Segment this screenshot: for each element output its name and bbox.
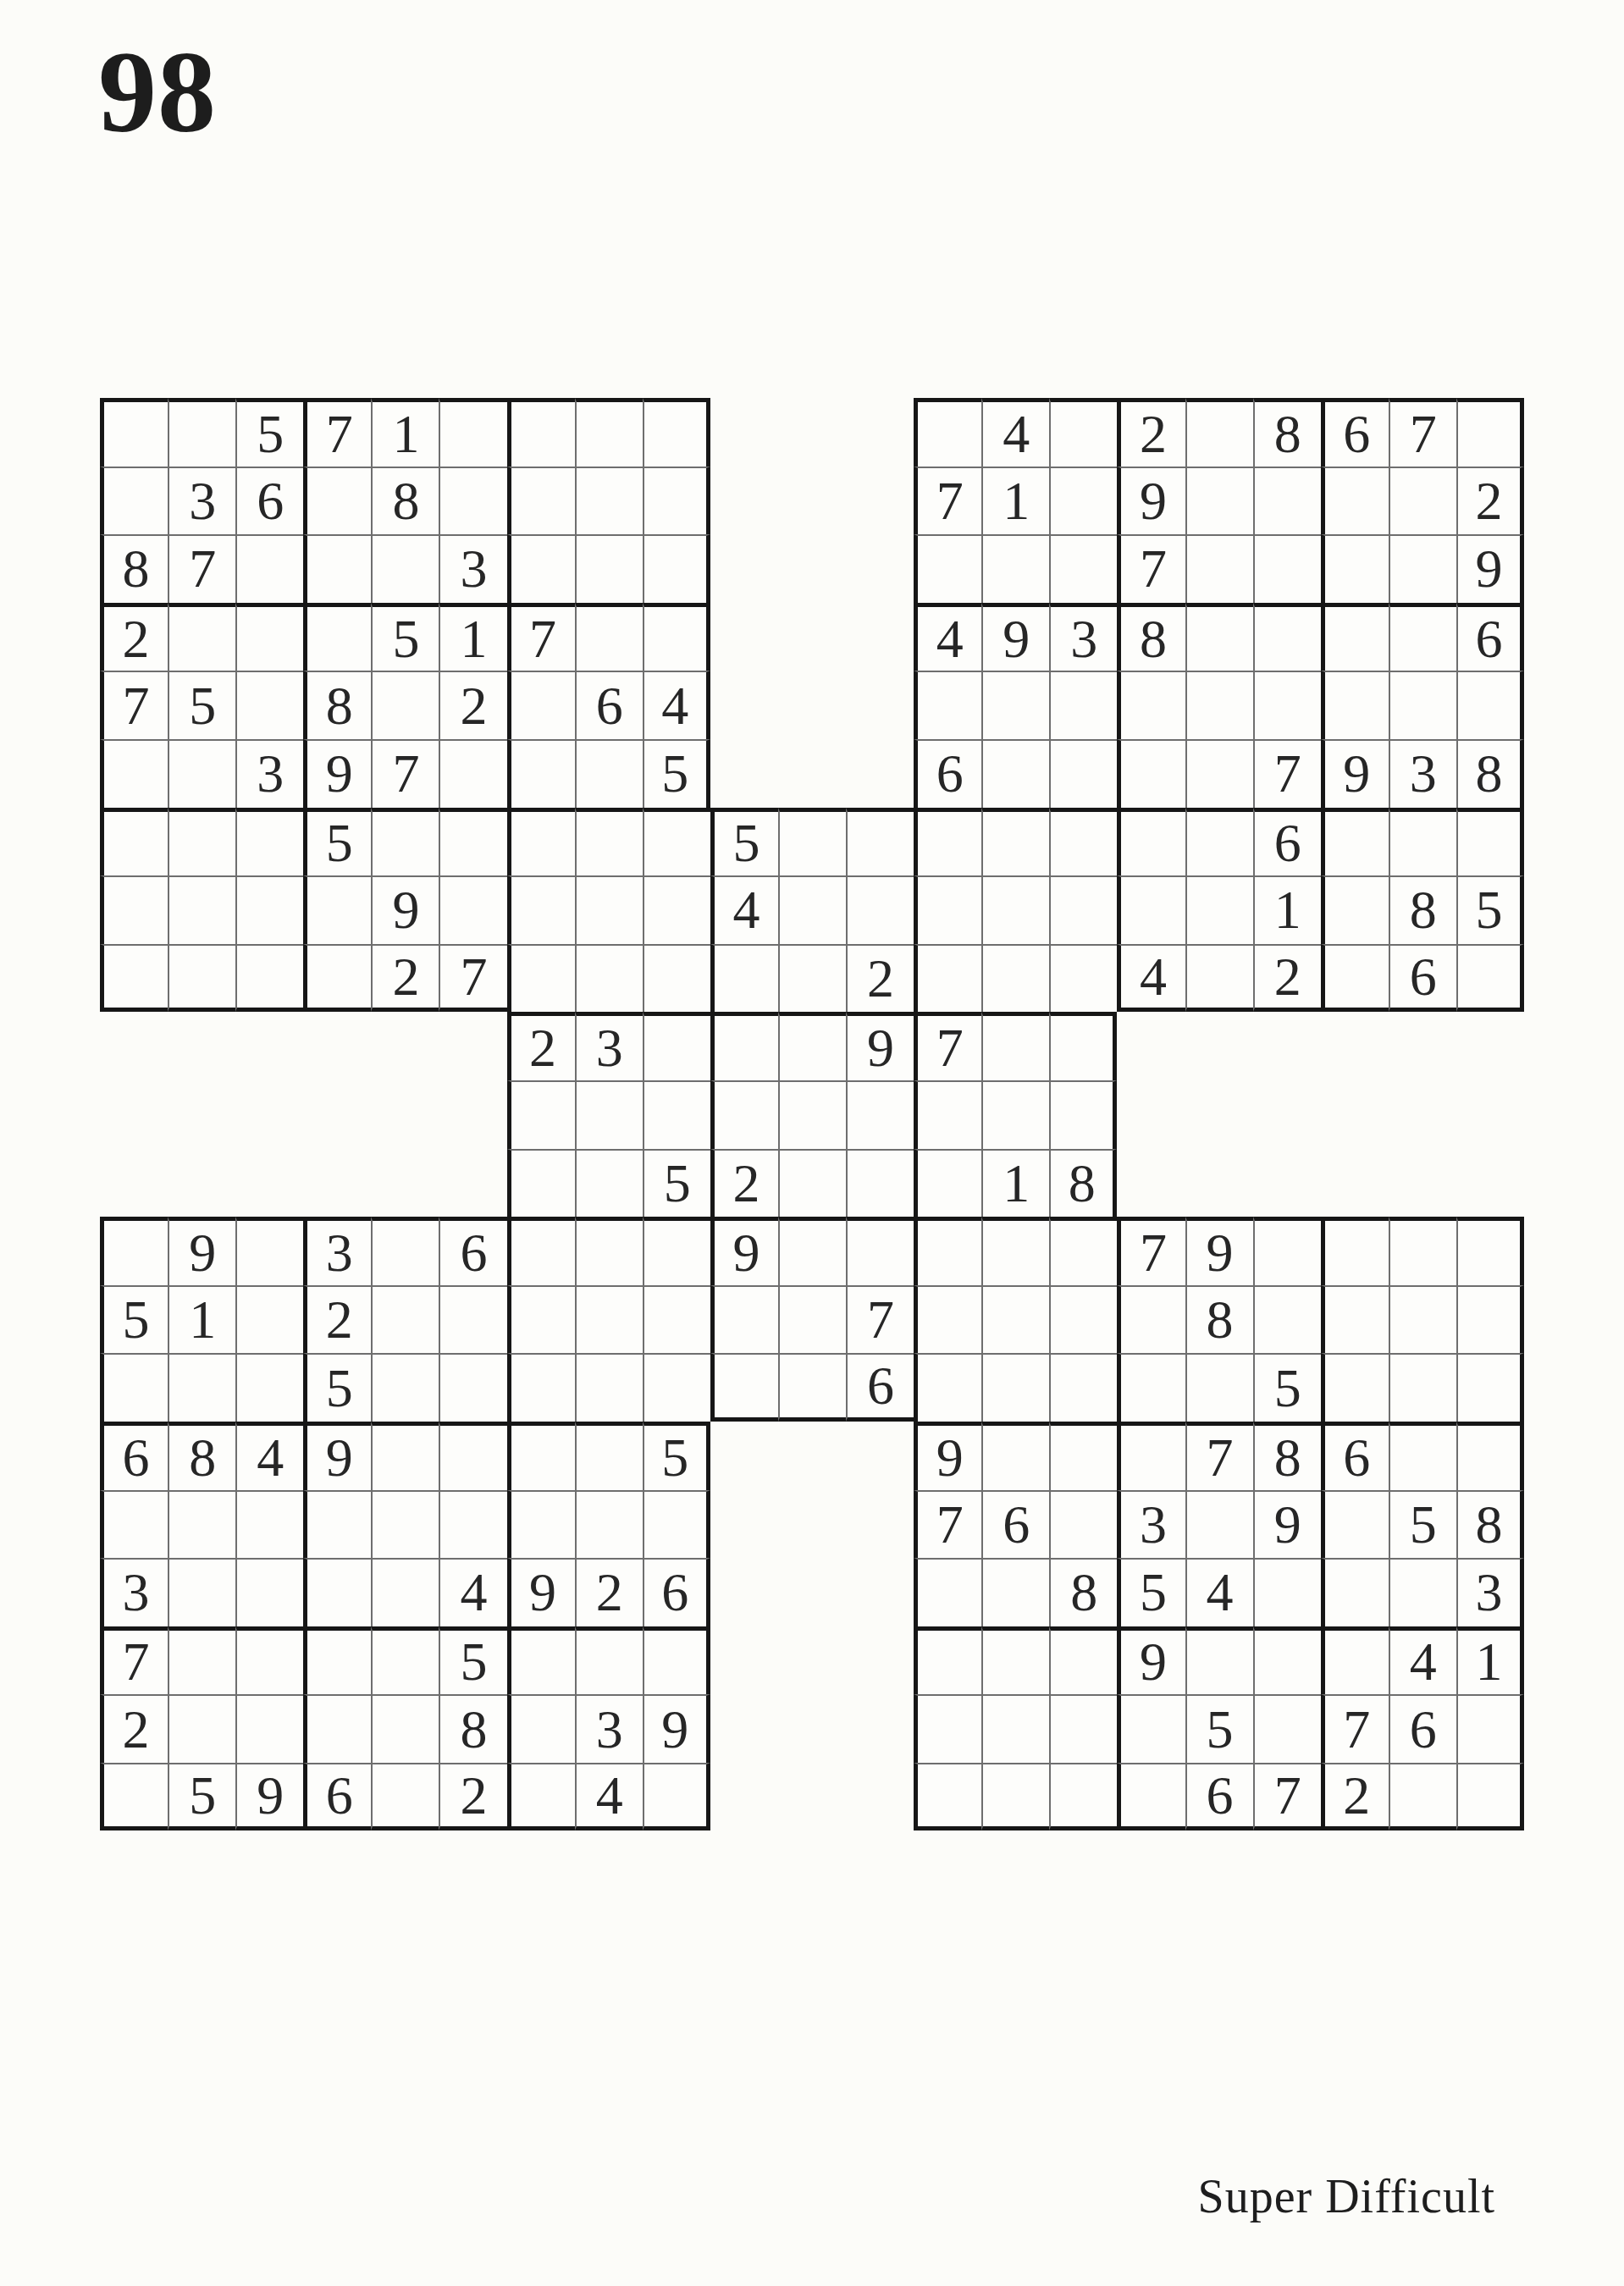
sudoku-cell: 3	[303, 1217, 371, 1285]
sudoku-cell	[303, 467, 371, 535]
sudoku-cell	[1049, 1763, 1117, 1831]
sudoku-cell: 6	[1321, 398, 1389, 467]
void-cell	[1253, 1080, 1321, 1149]
sudoku-cell	[914, 1694, 981, 1763]
sudoku-cell	[1049, 398, 1117, 467]
sudoku-cell: 5	[1253, 1353, 1321, 1422]
sudoku-cell: 4	[710, 875, 778, 944]
sudoku-cell	[575, 1217, 643, 1285]
void-cell	[710, 671, 778, 739]
sudoku-cell	[1049, 739, 1117, 808]
void-cell	[778, 467, 846, 535]
void-cell	[846, 467, 914, 535]
sudoku-cell	[981, 1694, 1049, 1763]
sudoku-cell	[1049, 944, 1117, 1013]
sudoku-cell: 8	[1049, 1149, 1117, 1218]
sudoku-cell: 5	[100, 1285, 168, 1354]
sudoku-cell: 5	[1185, 1694, 1253, 1763]
sudoku-cell	[1456, 808, 1524, 876]
sudoku-cell	[507, 808, 575, 876]
sudoku-cell	[303, 1558, 371, 1626]
sudoku-cell	[303, 944, 371, 1013]
sudoku-cell: 7	[100, 671, 168, 739]
sudoku-cell: 1	[1253, 875, 1321, 944]
sudoku-cell	[1049, 534, 1117, 603]
sudoku-cell: 4	[643, 671, 710, 739]
sudoku-cell	[914, 1763, 981, 1831]
sudoku-cell	[643, 944, 710, 1013]
void-cell	[778, 739, 846, 808]
sudoku-cell: 3	[100, 1558, 168, 1626]
sudoku-cell	[1253, 467, 1321, 535]
sudoku-cell	[846, 875, 914, 944]
sudoku-cell: 9	[371, 875, 439, 944]
void-cell	[1389, 1080, 1456, 1149]
sudoku-cell	[235, 534, 303, 603]
sudoku-cell: 7	[914, 1490, 981, 1559]
sudoku-cell	[507, 944, 575, 1013]
sudoku-cell	[778, 1080, 846, 1149]
sudoku-cell: 4	[981, 398, 1049, 467]
sudoku-cell: 8	[168, 1422, 235, 1490]
sudoku-cell	[1049, 467, 1117, 535]
sudoku-cell: 7	[100, 1626, 168, 1695]
sudoku-cell	[235, 1217, 303, 1285]
sudoku-cell: 9	[1456, 534, 1524, 603]
void-cell	[1321, 1080, 1389, 1149]
sudoku-cell	[981, 1626, 1049, 1695]
void-cell	[778, 534, 846, 603]
sudoku-cell	[1253, 534, 1321, 603]
sudoku-cell: 9	[303, 1422, 371, 1490]
sudoku-cell	[1389, 603, 1456, 671]
sudoku-cell: 5	[303, 1353, 371, 1422]
void-cell	[371, 1012, 439, 1080]
sudoku-cell	[914, 1558, 981, 1626]
sudoku-cell: 2	[507, 1012, 575, 1080]
sudoku-cell: 1	[1456, 1626, 1524, 1695]
void-cell	[710, 1558, 778, 1626]
sudoku-cell	[1117, 1353, 1185, 1422]
void-cell	[846, 1626, 914, 1695]
sudoku-cell	[168, 398, 235, 467]
sudoku-cell: 9	[710, 1217, 778, 1285]
sudoku-cell	[643, 1285, 710, 1354]
sudoku-cell	[371, 1285, 439, 1354]
sudoku-cell	[1117, 1285, 1185, 1354]
void-cell	[100, 1080, 168, 1149]
sudoku-cell	[303, 1490, 371, 1559]
void-cell	[1389, 1012, 1456, 1080]
sudoku-cell	[710, 944, 778, 1013]
sudoku-cell	[1049, 1217, 1117, 1285]
sudoku-cell	[981, 534, 1049, 603]
sudoku-cell	[439, 1490, 506, 1559]
sudoku-cell	[778, 1149, 846, 1218]
void-cell	[100, 1149, 168, 1218]
sudoku-cell	[1253, 1285, 1321, 1354]
void-cell	[439, 1080, 506, 1149]
sudoku-cell	[1389, 1422, 1456, 1490]
sudoku-cell	[439, 1353, 506, 1422]
sudoku-cell: 6	[439, 1217, 506, 1285]
sudoku-cell	[1185, 944, 1253, 1013]
sudoku-cell	[1389, 1763, 1456, 1831]
sudoku-cell	[371, 534, 439, 603]
sudoku-cell	[371, 1626, 439, 1695]
sudoku-cell	[643, 1763, 710, 1831]
sudoku-cell	[507, 739, 575, 808]
sudoku-cell: 8	[371, 467, 439, 535]
sudoku-cell: 4	[439, 1558, 506, 1626]
sudoku-cell: 3	[1117, 1490, 1185, 1559]
sudoku-cell	[710, 1080, 778, 1149]
sudoku-cell: 4	[1185, 1558, 1253, 1626]
sudoku-cell: 2	[846, 944, 914, 1013]
sudoku-cell: 9	[235, 1763, 303, 1831]
sudoku-cell	[168, 1558, 235, 1626]
difficulty-label: Super Difficult	[1198, 2169, 1495, 2223]
sudoku-cell	[981, 739, 1049, 808]
void-cell	[710, 398, 778, 467]
sudoku-cell: 7	[914, 1012, 981, 1080]
sudoku-cell: 8	[303, 671, 371, 739]
sudoku-cell	[1389, 1217, 1456, 1285]
void-cell	[439, 1149, 506, 1218]
sudoku-cell	[914, 1353, 981, 1422]
sudoku-cell: 9	[1117, 1626, 1185, 1695]
void-cell	[778, 1490, 846, 1559]
sudoku-cell	[1456, 398, 1524, 467]
sudoku-cell	[981, 1763, 1049, 1831]
sudoku-cell: 7	[507, 603, 575, 671]
sudoku-cell: 2	[100, 603, 168, 671]
sudoku-cell	[1456, 1285, 1524, 1354]
sudoku-cell	[1185, 1490, 1253, 1559]
void-cell	[778, 1626, 846, 1695]
sudoku-cell: 6	[643, 1558, 710, 1626]
sudoku-cell	[371, 1217, 439, 1285]
sudoku-cell: 9	[1185, 1217, 1253, 1285]
void-cell	[235, 1012, 303, 1080]
sudoku-cell	[710, 1353, 778, 1422]
void-cell	[846, 1558, 914, 1626]
sudoku-cell: 9	[303, 739, 371, 808]
void-cell	[1321, 1012, 1389, 1080]
sudoku-cell	[643, 603, 710, 671]
sudoku-cell	[575, 534, 643, 603]
sudoku-cell	[100, 1490, 168, 1559]
void-cell	[100, 1012, 168, 1080]
sudoku-cell	[1456, 1694, 1524, 1763]
sudoku-cell	[914, 1626, 981, 1695]
sudoku-cell	[100, 1763, 168, 1831]
sudoku-cell	[1321, 1558, 1389, 1626]
sudoku-cell	[1321, 534, 1389, 603]
sudoku-cell	[710, 1285, 778, 1354]
sudoku-cell	[507, 671, 575, 739]
sudoku-cell	[507, 875, 575, 944]
sudoku-cell	[371, 808, 439, 876]
sudoku-cell	[575, 603, 643, 671]
sudoku-cell	[914, 398, 981, 467]
sudoku-cell	[575, 808, 643, 876]
sudoku-cell	[1185, 671, 1253, 739]
sudoku-cell: 7	[1253, 1763, 1321, 1831]
sudoku-cell	[643, 1353, 710, 1422]
sudoku-cell: 8	[1456, 1490, 1524, 1559]
sudoku-cell	[235, 671, 303, 739]
sudoku-cell: 2	[1321, 1763, 1389, 1831]
sudoku-cell	[1185, 808, 1253, 876]
sudoku-cell	[1049, 1080, 1117, 1149]
sudoku-cell	[1389, 671, 1456, 739]
void-cell	[303, 1012, 371, 1080]
sudoku-cell	[914, 534, 981, 603]
sudoku-cell	[507, 1149, 575, 1218]
sudoku-cell: 2	[371, 944, 439, 1013]
sudoku-cell: 2	[100, 1694, 168, 1763]
void-cell	[1185, 1149, 1253, 1218]
sudoku-cell: 4	[575, 1763, 643, 1831]
sudoku-cell: 8	[1185, 1285, 1253, 1354]
void-cell	[168, 1149, 235, 1218]
sudoku-cell	[439, 739, 506, 808]
sudoku-cell	[371, 1422, 439, 1490]
sudoku-cell	[235, 1694, 303, 1763]
sudoku-cell	[1321, 944, 1389, 1013]
sudoku-cell	[168, 1490, 235, 1559]
sudoku-cell	[1049, 875, 1117, 944]
sudoku-cell: 5	[1456, 875, 1524, 944]
sudoku-cell	[235, 875, 303, 944]
void-cell	[1117, 1149, 1185, 1218]
sudoku-cell: 5	[235, 398, 303, 467]
sudoku-cell	[168, 1694, 235, 1763]
sudoku-cell	[643, 467, 710, 535]
sudoku-cell	[643, 1217, 710, 1285]
void-cell	[439, 1012, 506, 1080]
sudoku-cell	[1049, 1626, 1117, 1695]
sudoku-cell: 8	[1389, 875, 1456, 944]
sudoku-cell	[235, 1626, 303, 1695]
sudoku-cell	[643, 1080, 710, 1149]
sudoku-cell	[303, 603, 371, 671]
sudoku-cell	[168, 944, 235, 1013]
sudoku-cell	[1049, 1490, 1117, 1559]
sudoku-cell	[575, 739, 643, 808]
sudoku-cell	[235, 1285, 303, 1354]
sudoku-cell: 7	[1321, 1694, 1389, 1763]
sudoku-cell: 3	[168, 467, 235, 535]
sudoku-cell: 3	[439, 534, 506, 603]
void-cell	[710, 534, 778, 603]
void-cell	[778, 398, 846, 467]
sudoku-cell	[575, 1490, 643, 1559]
void-cell	[1456, 1012, 1524, 1080]
sudoku-cell: 6	[1185, 1763, 1253, 1831]
sudoku-cell: 5	[643, 739, 710, 808]
sudoku-cell	[507, 1694, 575, 1763]
sudoku-cell	[1117, 875, 1185, 944]
sudoku-cell	[371, 1558, 439, 1626]
sudoku-cell	[914, 1149, 981, 1218]
sudoku-cell	[981, 1285, 1049, 1354]
sudoku-cell	[168, 1353, 235, 1422]
sudoku-cell	[303, 1694, 371, 1763]
void-cell	[778, 603, 846, 671]
sudoku-cell	[1117, 671, 1185, 739]
sudoku-cell	[371, 1763, 439, 1831]
sudoku-cell	[643, 1490, 710, 1559]
sudoku-cell: 7	[168, 534, 235, 603]
sudoku-cell: 8	[1049, 1558, 1117, 1626]
sudoku-cell	[1321, 467, 1389, 535]
sudoku-cell	[1321, 875, 1389, 944]
sudoku-cell	[981, 1558, 1049, 1626]
sudoku-cell: 9	[1321, 739, 1389, 808]
sudoku-cell	[575, 944, 643, 1013]
sudoku-cell	[371, 1353, 439, 1422]
sudoku-cell	[575, 1422, 643, 1490]
void-cell	[710, 1763, 778, 1831]
sudoku-cell	[914, 671, 981, 739]
sudoku-cell: 3	[575, 1012, 643, 1080]
sudoku-cell	[1456, 1217, 1524, 1285]
sudoku-cell: 6	[846, 1353, 914, 1422]
void-cell	[371, 1080, 439, 1149]
void-cell	[1321, 1149, 1389, 1218]
sudoku-cell	[303, 534, 371, 603]
sudoku-cell	[1049, 808, 1117, 876]
void-cell	[235, 1149, 303, 1218]
sudoku-cell	[575, 398, 643, 467]
sudoku-cell	[778, 1285, 846, 1354]
sudoku-cell	[846, 1217, 914, 1285]
sudoku-cell	[303, 875, 371, 944]
sudoku-cell: 5	[168, 671, 235, 739]
sudoku-cell: 5	[710, 808, 778, 876]
sudoku-cell	[100, 875, 168, 944]
sudoku-cell: 8	[439, 1694, 506, 1763]
sudoku-cell	[1321, 603, 1389, 671]
sudoku-cell: 9	[914, 1422, 981, 1490]
void-cell	[846, 398, 914, 467]
sudoku-cell: 1	[371, 398, 439, 467]
sudoku-cell	[914, 875, 981, 944]
sudoku-cell	[1321, 1353, 1389, 1422]
void-cell	[846, 1694, 914, 1763]
void-cell	[303, 1149, 371, 1218]
sudoku-cell	[1321, 1285, 1389, 1354]
sudoku-cell	[778, 944, 846, 1013]
sudoku-cell	[507, 467, 575, 535]
sudoku-cell: 4	[1389, 1626, 1456, 1695]
sudoku-cell: 6	[1253, 808, 1321, 876]
sudoku-cell: 8	[100, 534, 168, 603]
sudoku-cell: 7	[1185, 1422, 1253, 1490]
sudoku-cell: 8	[1456, 739, 1524, 808]
sudoku-cell: 6	[235, 467, 303, 535]
void-cell	[846, 1422, 914, 1490]
sudoku-cell	[1185, 398, 1253, 467]
sudoku-cell	[778, 1353, 846, 1422]
sudoku-cell	[100, 1353, 168, 1422]
sudoku-cell	[168, 739, 235, 808]
sudoku-cell	[981, 808, 1049, 876]
sudoku-cell	[168, 808, 235, 876]
sudoku-cell	[1389, 534, 1456, 603]
sudoku-cell: 2	[439, 671, 506, 739]
sudoku-cell	[1117, 1763, 1185, 1831]
sudoku-cell	[1321, 1490, 1389, 1559]
sudoku-cell	[981, 1080, 1049, 1149]
sudoku-cell	[235, 1353, 303, 1422]
void-cell	[1253, 1149, 1321, 1218]
sudoku-cell	[1253, 1626, 1321, 1695]
sudoku-cell: 1	[981, 467, 1049, 535]
sudoku-cell	[1253, 671, 1321, 739]
sudoku-cell: 6	[575, 671, 643, 739]
sudoku-cell: 1	[981, 1149, 1049, 1218]
sudoku-cell: 7	[1117, 534, 1185, 603]
sudoku-cell	[1185, 739, 1253, 808]
sudoku-cell	[643, 1012, 710, 1080]
puzzle-number: 98	[98, 34, 217, 151]
void-cell	[1117, 1080, 1185, 1149]
sudoku-cell: 2	[439, 1763, 506, 1831]
sudoku-cell	[168, 603, 235, 671]
sudoku-cell	[981, 875, 1049, 944]
void-cell	[371, 1149, 439, 1218]
sudoku-cell: 2	[1456, 467, 1524, 535]
sudoku-cell	[371, 671, 439, 739]
sudoku-cell	[168, 1626, 235, 1695]
sudoku-cell: 9	[1117, 467, 1185, 535]
sudoku-cell	[643, 534, 710, 603]
sudoku-cell	[507, 1217, 575, 1285]
sudoku-cell	[1117, 1422, 1185, 1490]
sudoku-cell: 6	[1389, 944, 1456, 1013]
sudoku-cell	[439, 467, 506, 535]
sudoku-cell	[1253, 603, 1321, 671]
void-cell	[710, 467, 778, 535]
sudoku-cell: 7	[1117, 1217, 1185, 1285]
void-cell	[710, 1694, 778, 1763]
void-cell	[1117, 1012, 1185, 1080]
sudoku-cell	[439, 808, 506, 876]
sudoku-cell: 8	[1253, 1422, 1321, 1490]
sudoku-cell	[507, 1763, 575, 1831]
sudoku-cell	[100, 808, 168, 876]
sudoku-cell: 7	[914, 467, 981, 535]
sudoku-cell: 9	[1253, 1490, 1321, 1559]
sudoku-cell	[575, 1353, 643, 1422]
sudoku-cell	[1117, 808, 1185, 876]
void-cell	[1185, 1012, 1253, 1080]
void-cell	[1456, 1080, 1524, 1149]
sudoku-cell: 2	[575, 1558, 643, 1626]
void-cell	[1456, 1149, 1524, 1218]
sudoku-cell: 7	[439, 944, 506, 1013]
sudoku-cell	[914, 1217, 981, 1285]
sudoku-cell: 9	[643, 1694, 710, 1763]
sudoku-cell	[846, 1080, 914, 1149]
sudoku-cell: 5	[303, 808, 371, 876]
sudoku-cell	[846, 808, 914, 876]
sudoku-cell	[507, 1422, 575, 1490]
void-cell	[778, 1422, 846, 1490]
